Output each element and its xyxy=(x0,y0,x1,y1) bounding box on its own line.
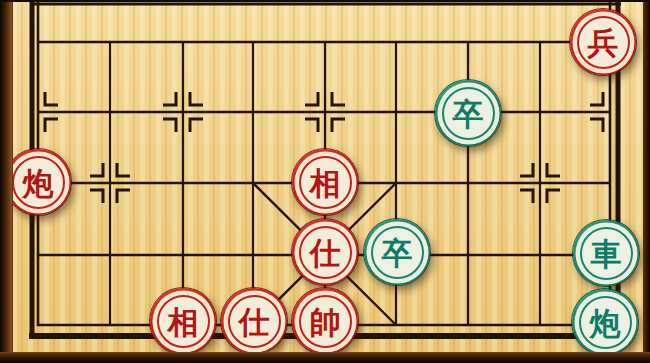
board-frame-bottom xyxy=(0,352,650,363)
piece-glyph: 仕 xyxy=(310,238,341,269)
piece-glyph: 炮 xyxy=(23,168,54,199)
piece-green-cannon-i1[interactable]: 炮 xyxy=(572,289,638,355)
piece-face: 卒 xyxy=(371,226,424,279)
board-frame-top xyxy=(0,0,650,2)
piece-glyph: 炮 xyxy=(590,308,621,339)
piece-glyph: 兵 xyxy=(588,28,619,59)
piece-red-soldier-i5[interactable]: 兵 xyxy=(570,9,636,75)
board-surface[interactable]: 兵卒炮相仕卒車相仕帥炮 xyxy=(12,1,644,353)
piece-green-soldier-g4[interactable]: 卒 xyxy=(435,80,501,146)
pieces-layer: 兵卒炮相仕卒車相仕帥炮 xyxy=(0,0,650,363)
board-frame-right xyxy=(643,0,650,363)
piece-face: 相 xyxy=(299,156,352,209)
board-frame-left xyxy=(0,0,13,363)
piece-red-advisor-e2[interactable]: 仕 xyxy=(292,219,358,285)
piece-red-cannon-a3[interactable]: 炮 xyxy=(5,149,71,215)
piece-glyph: 帥 xyxy=(310,307,341,338)
piece-face: 仕 xyxy=(299,226,352,279)
piece-glyph: 卒 xyxy=(453,99,484,130)
piece-red-general-e1[interactable]: 帥 xyxy=(292,288,358,354)
piece-glyph: 相 xyxy=(310,168,341,199)
piece-face: 炮 xyxy=(12,156,65,209)
piece-face: 炮 xyxy=(579,296,632,349)
piece-red-elephant-e3[interactable]: 相 xyxy=(292,149,358,215)
piece-glyph: 卒 xyxy=(382,238,413,269)
piece-green-soldier-f2[interactable]: 卒 xyxy=(364,219,430,285)
piece-face: 卒 xyxy=(442,87,495,140)
piece-red-advisor-d1[interactable]: 仕 xyxy=(221,288,287,354)
piece-face: 兵 xyxy=(577,16,630,69)
xiangqi-game-screenshot: 兵卒炮相仕卒車相仕帥炮 xyxy=(0,0,650,363)
piece-red-elephant-c1[interactable]: 相 xyxy=(150,288,216,354)
piece-glyph: 車 xyxy=(591,239,622,270)
piece-glyph: 仕 xyxy=(239,307,270,338)
piece-green-chariot-i2[interactable]: 車 xyxy=(573,220,639,286)
piece-face: 仕 xyxy=(228,295,281,348)
piece-glyph: 相 xyxy=(168,307,199,338)
piece-face: 帥 xyxy=(299,295,352,348)
piece-face: 相 xyxy=(157,295,210,348)
piece-face: 車 xyxy=(580,227,633,280)
